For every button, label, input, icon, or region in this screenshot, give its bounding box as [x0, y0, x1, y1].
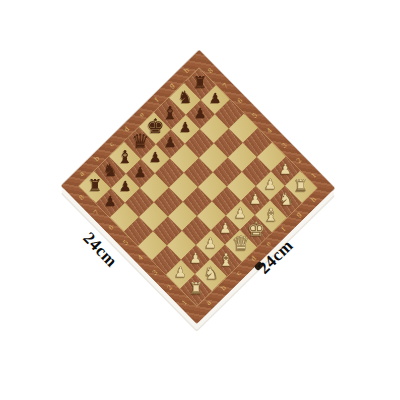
piece-white-pawn-e2: ♟ [234, 205, 247, 221]
piece-white-pawn-f2: ♟ [249, 191, 262, 207]
piece-black-pawn-f7: ♟ [179, 119, 192, 135]
piece-white-pawn-b2: ♟ [189, 249, 202, 265]
piece-black-pawn-a7: ♟ [104, 193, 117, 209]
product-photo: abcdefgh abcdefgh 87654321 87654321 ♜♞♝♛… [0, 0, 400, 400]
piece-white-pawn-h2: ♟ [279, 161, 292, 177]
piece-white-pawn-g2: ♟ [264, 176, 277, 192]
piece-white-rook-a1: ♜ [189, 278, 203, 297]
piece-white-pawn-a2: ♟ [174, 264, 187, 280]
piece-black-pawn-c7: ♟ [134, 163, 147, 179]
board-grid: ♜♞♝♛♚♝♞♜♟♟♟♟♟♟♟♟♟♟♟♟♟♟♟♟♜♞♝♛♚♝♞♜ [79, 68, 317, 306]
chess-board: abcdefgh abcdefgh 87654321 87654321 ♜♞♝♛… [61, 50, 335, 324]
piece-black-rook-h8: ♜ [193, 73, 207, 92]
piece-black-pawn-e7: ♟ [164, 134, 177, 150]
piece-black-pawn-g7: ♟ [194, 105, 207, 121]
piece-white-rook-h1: ♜ [294, 175, 308, 194]
board-frame: abcdefgh abcdefgh 87654321 87654321 ♜♞♝♛… [61, 50, 335, 324]
piece-black-rook-a8: ♜ [88, 176, 102, 195]
piece-black-pawn-b7: ♟ [119, 178, 132, 194]
piece-white-pawn-c2: ♟ [204, 235, 217, 251]
piece-black-pawn-h7: ♟ [209, 90, 222, 106]
piece-black-pawn-d7: ♟ [149, 149, 162, 165]
piece-white-pawn-d2: ♟ [219, 220, 232, 236]
